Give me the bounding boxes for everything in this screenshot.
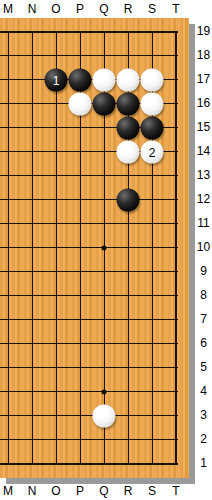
black-stone-R16[interactable] [117, 93, 140, 116]
row-label-19: 19 [195, 24, 212, 38]
row-label-6: 6 [195, 336, 212, 350]
grid-line-row-3 [0, 415, 178, 416]
star-point-Q4 [102, 390, 107, 395]
row-label-5: 5 [195, 360, 212, 374]
grid-line-col-T [175, 31, 177, 465]
col-label-top-N: N [28, 2, 37, 16]
col-label-top-S: S [148, 2, 156, 16]
row-label-14: 14 [195, 144, 212, 158]
col-label-bottom-T: T [172, 484, 179, 498]
grid-line-row-8 [0, 295, 178, 296]
row-label-17: 17 [195, 72, 212, 86]
white-stone-S16[interactable] [141, 93, 164, 116]
row-label-18: 18 [195, 48, 212, 62]
white-stone-S17[interactable] [141, 69, 164, 92]
grid-line-row-7 [0, 319, 178, 320]
move-number-label-S14: 2 [149, 146, 156, 158]
row-label-12: 12 [195, 192, 212, 206]
black-stone-O17[interactable]: 1 [45, 69, 68, 92]
go-board[interactable]: 12 [0, 18, 189, 478]
grid-line-row-12 [0, 199, 178, 200]
row-label-8: 8 [195, 288, 212, 302]
grid-line-row-5 [0, 367, 178, 368]
row-label-11: 11 [195, 216, 212, 230]
white-stone-Q3[interactable] [93, 405, 116, 428]
col-label-bottom-Q: Q [99, 484, 108, 498]
white-stone-R17[interactable] [117, 69, 140, 92]
white-stone-Q17[interactable] [93, 69, 116, 92]
col-label-bottom-O: O [51, 484, 60, 498]
move-number-label-O17: 1 [53, 74, 60, 86]
black-stone-P17[interactable] [69, 69, 92, 92]
col-label-top-Q: Q [99, 2, 108, 16]
black-stone-R12[interactable] [117, 189, 140, 212]
go-board-diagram: 12 MNOPQRSTMNOPQRST191817161514131211109… [0, 0, 212, 500]
col-label-bottom-M: M [3, 484, 13, 498]
col-label-top-P: P [76, 2, 84, 16]
black-stone-S15[interactable] [141, 117, 164, 140]
row-label-4: 4 [195, 384, 212, 398]
col-label-bottom-N: N [28, 484, 37, 498]
white-stone-S14[interactable]: 2 [141, 141, 164, 164]
row-label-2: 2 [195, 432, 212, 446]
row-label-15: 15 [195, 120, 212, 134]
grid-line-row-11 [0, 223, 178, 224]
col-label-bottom-R: R [124, 484, 133, 498]
grid-line-col-O [56, 31, 57, 465]
col-label-top-O: O [51, 2, 60, 16]
white-stone-R14[interactable] [117, 141, 140, 164]
grid-line-row-1 [0, 463, 178, 465]
grid-line-col-N [32, 31, 33, 465]
grid-line-row-10 [0, 247, 178, 248]
col-label-top-R: R [124, 2, 133, 16]
grid-line-row-2 [0, 439, 178, 440]
row-label-16: 16 [195, 96, 212, 110]
row-label-7: 7 [195, 312, 212, 326]
grid-line-col-M [8, 31, 9, 465]
star-point-Q10 [102, 246, 107, 251]
col-label-bottom-P: P [76, 484, 84, 498]
row-label-9: 9 [195, 264, 212, 278]
row-label-3: 3 [195, 408, 212, 422]
grid-line-row-4 [0, 391, 178, 392]
row-label-10: 10 [195, 240, 212, 254]
grid-line-row-9 [0, 271, 178, 272]
col-label-top-T: T [172, 2, 179, 16]
grid-line-row-18 [0, 55, 178, 56]
row-label-1: 1 [195, 456, 212, 470]
col-label-bottom-S: S [148, 484, 156, 498]
black-stone-R15[interactable] [117, 117, 140, 140]
black-stone-Q16[interactable] [93, 93, 116, 116]
row-label-13: 13 [195, 168, 212, 182]
col-label-top-M: M [3, 2, 13, 16]
grid-line-row-13 [0, 175, 178, 176]
white-stone-P16[interactable] [69, 93, 92, 116]
grid-line-row-19 [0, 31, 178, 33]
grid-line-row-6 [0, 343, 178, 344]
